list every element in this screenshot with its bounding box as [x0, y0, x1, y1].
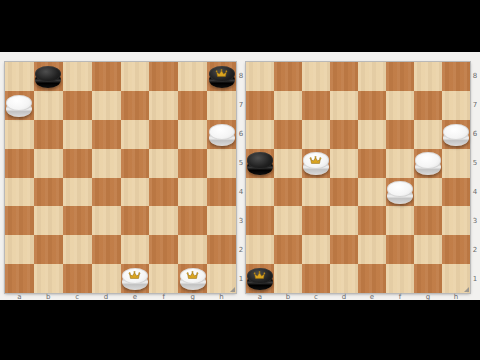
white-man-g5[interactable] — [414, 149, 442, 178]
piece-top — [415, 152, 440, 168]
piece-top — [209, 124, 235, 140]
rank-label-3: 3 — [470, 206, 480, 235]
black-king-h8[interactable] — [207, 62, 236, 91]
board-diagram-1: 87654321abcdefgh — [5, 62, 236, 293]
rank-label-1: 1 — [236, 264, 246, 293]
rank-label-5: 5 — [236, 149, 246, 178]
piece-top — [247, 268, 272, 284]
rank-label-4: 4 — [236, 178, 246, 207]
white-king-g1[interactable] — [178, 264, 207, 293]
piece-top — [6, 95, 32, 111]
black-man-b8[interactable] — [34, 62, 63, 91]
piece-top — [35, 66, 61, 82]
pieces-layer — [246, 62, 470, 293]
rank-label-2: 2 — [470, 235, 480, 264]
white-man-f4[interactable] — [386, 178, 414, 207]
king-crown-icon — [128, 271, 141, 280]
rank-label-2: 2 — [236, 235, 246, 264]
rank-label-1: 1 — [470, 264, 480, 293]
white-king-c5[interactable] — [302, 149, 330, 178]
piece-top — [247, 152, 272, 168]
resize-handle[interactable] — [230, 287, 235, 292]
white-man-h6[interactable] — [442, 120, 470, 149]
rank-label-5: 5 — [470, 149, 480, 178]
letterbox-top — [0, 0, 480, 52]
black-man-a5[interactable] — [246, 149, 274, 178]
pieces-layer — [5, 62, 236, 293]
rank-label-7: 7 — [470, 91, 480, 120]
white-man-a7[interactable] — [5, 91, 34, 120]
rank-label-6: 6 — [236, 120, 246, 149]
white-king-e1[interactable] — [121, 264, 150, 293]
piece-top — [180, 268, 206, 284]
rank-label-8: 8 — [470, 62, 480, 91]
white-man-h6[interactable] — [207, 120, 236, 149]
rank-label-4: 4 — [470, 178, 480, 207]
rank-label-7: 7 — [236, 91, 246, 120]
rank-label-3: 3 — [236, 206, 246, 235]
king-crown-icon — [186, 271, 199, 280]
king-crown-icon — [215, 69, 228, 78]
letterbox-bottom — [0, 300, 480, 360]
content-area: 87654321abcdefgh 87654321abcdefgh — [0, 52, 480, 300]
board-diagram-2: 87654321abcdefgh — [246, 62, 470, 293]
king-crown-icon — [309, 156, 322, 165]
resize-handle[interactable] — [464, 287, 469, 292]
piece-top — [387, 181, 412, 197]
king-crown-icon — [253, 271, 266, 280]
rank-labels: 87654321 — [470, 62, 480, 293]
piece-top — [443, 124, 468, 140]
piece-top — [303, 152, 328, 168]
rank-labels: 87654321 — [236, 62, 246, 293]
piece-top — [122, 268, 148, 284]
black-king-a1[interactable] — [246, 264, 274, 293]
piece-top — [209, 66, 235, 82]
rank-label-8: 8 — [236, 62, 246, 91]
rank-label-6: 6 — [470, 120, 480, 149]
